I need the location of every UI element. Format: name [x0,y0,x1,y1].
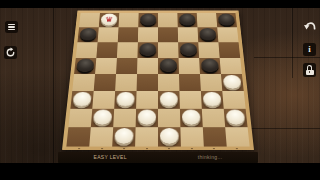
black-man[interactable] [139,43,156,56]
letterbox-top [0,0,320,8]
square-a5[interactable] [74,58,96,74]
white-man[interactable] [182,110,201,125]
white-man[interactable] [93,110,112,125]
square-d4[interactable] [137,74,158,91]
square-c8[interactable] [119,13,139,27]
square-g8[interactable] [197,13,218,27]
square-f7[interactable] [178,27,199,42]
square-f6[interactable] [178,42,199,58]
square-d7[interactable] [138,27,158,42]
square-h5[interactable] [220,58,242,74]
letterbox-bottom [0,163,320,180]
square-e6[interactable] [158,42,179,58]
black-man[interactable] [201,59,219,72]
square-g7[interactable] [197,27,218,42]
undo-button[interactable] [302,19,317,33]
square-b2[interactable] [91,109,114,127]
white-man[interactable] [223,75,242,89]
square-e7[interactable] [158,27,178,42]
square-a7[interactable] [77,27,98,42]
square-f8[interactable] [177,13,197,27]
white-man[interactable] [226,110,246,125]
square-b3[interactable] [92,91,115,109]
menu-button[interactable] [5,21,18,33]
square-c2[interactable] [113,109,136,127]
plank-seam [292,8,293,78]
white-man[interactable] [116,92,134,107]
square-e3[interactable] [158,91,180,109]
white-man[interactable] [160,92,178,107]
square-g6[interactable] [198,42,219,58]
square-e8[interactable] [158,13,178,27]
square-f1[interactable] [180,127,203,146]
white-man[interactable] [73,92,92,107]
square-f4[interactable] [179,74,201,91]
app-screen: i ♛ EASY LEVEL thinking... [0,0,320,180]
white-man[interactable] [203,92,222,107]
king-crown-icon: ♛ [101,14,118,26]
black-man[interactable] [179,14,196,26]
square-f2[interactable] [180,109,203,127]
square-f5[interactable] [179,58,200,74]
black-man[interactable] [76,59,94,72]
restart-circular-arrow-icon [5,47,16,58]
square-h1[interactable] [225,127,249,146]
difficulty-label: EASY LEVEL [94,155,127,160]
board-perspective-wrap: ♛ [62,11,254,150]
square-d5[interactable] [137,58,158,74]
white-king[interactable]: ♛ [101,14,118,26]
square-a3[interactable] [70,91,93,109]
square-g4[interactable] [200,74,222,91]
black-man[interactable] [160,59,177,72]
lock-button[interactable] [303,63,316,77]
square-h7[interactable] [217,27,238,42]
plank-seam [53,8,54,163]
square-h8[interactable] [216,13,237,27]
square-g2[interactable] [202,109,225,127]
square-e5[interactable] [158,58,179,74]
white-man[interactable] [114,128,133,144]
info-button[interactable]: i [303,43,316,56]
square-a8[interactable] [79,13,100,27]
square-b4[interactable] [94,74,116,91]
engine-status-label: thinking... [198,155,223,160]
square-c5[interactable] [116,58,137,74]
square-d1[interactable] [135,127,158,146]
square-c3[interactable] [114,91,136,109]
square-h6[interactable] [218,42,240,58]
square-a1[interactable] [66,127,90,146]
square-c7[interactable] [118,27,139,42]
square-h4[interactable] [221,74,244,91]
square-b1[interactable] [89,127,113,146]
square-g1[interactable] [203,127,227,146]
square-g3[interactable] [201,91,224,109]
restart-button[interactable] [4,46,17,59]
board-grid: ♛ [66,13,249,147]
square-c1[interactable] [112,127,135,146]
black-man[interactable] [199,28,216,40]
black-man[interactable] [218,14,235,26]
black-man[interactable] [140,14,156,26]
frame-tick-marks [68,148,248,150]
black-man[interactable] [180,43,197,56]
lock-icon [306,65,314,75]
hamburger-icon [8,24,15,31]
square-d3[interactable] [136,91,158,109]
square-d8[interactable] [138,13,158,27]
black-man[interactable] [79,28,97,40]
white-man[interactable] [160,128,179,144]
square-g5[interactable] [199,58,221,74]
undo-arrow-icon [303,20,317,33]
square-d6[interactable] [137,42,158,58]
square-f3[interactable] [179,91,201,109]
square-b5[interactable] [95,58,117,74]
square-h2[interactable] [224,109,248,127]
square-b6[interactable] [96,42,117,58]
square-d2[interactable] [136,109,158,127]
plank-seam [250,128,320,129]
square-e4[interactable] [158,74,179,91]
square-a4[interactable] [72,74,95,91]
info-icon: i [308,45,311,54]
white-man[interactable] [138,110,156,125]
square-e2[interactable] [158,109,180,127]
checkers-board: ♛ [62,11,254,150]
plank-seam [254,57,320,58]
square-a6[interactable] [76,42,98,58]
status-bar: EASY LEVEL thinking... [58,152,258,163]
square-b7[interactable] [98,27,119,42]
square-c4[interactable] [115,74,137,91]
square-b8[interactable]: ♛ [99,13,120,27]
square-h3[interactable] [222,91,245,109]
square-c6[interactable] [117,42,138,58]
square-a2[interactable] [68,109,92,127]
square-e1[interactable] [158,127,181,146]
